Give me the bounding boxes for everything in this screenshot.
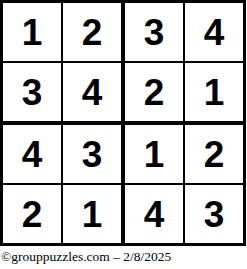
sudoku-cell-r3c4: 2 [185,125,243,185]
sudoku-cell-r1c1: 1 [3,3,63,63]
sudoku-cell-r1c3: 3 [125,3,185,63]
sudoku-cell-r3c3: 1 [125,125,185,185]
sudoku-cell-r3c1: 4 [3,125,63,185]
sudoku-cell-r2c2: 4 [63,63,125,125]
sudoku-cell-r2c4: 1 [185,63,243,125]
sudoku-cell-r2c1: 3 [3,63,63,125]
copyright-credit: ©grouppuzzles.com – 2/8/2025 [0,249,247,265]
sudoku-cell-r2c3: 2 [125,63,185,125]
sudoku-cell-r4c3: 4 [125,185,185,243]
sudoku-cell-r3c2: 3 [63,125,125,185]
sudoku-page: 1 2 3 4 3 4 2 1 4 3 1 2 2 1 4 3 ©grouppu… [0,0,247,269]
sudoku-cell-r1c2: 2 [63,3,125,63]
sudoku-cell-r4c4: 3 [185,185,243,243]
sudoku-board: 1 2 3 4 3 4 2 1 4 3 1 2 2 1 4 3 [0,0,246,246]
sudoku-cell-r1c4: 4 [185,3,243,63]
sudoku-cell-r4c1: 2 [3,185,63,243]
sudoku-cell-r4c2: 1 [63,185,125,243]
